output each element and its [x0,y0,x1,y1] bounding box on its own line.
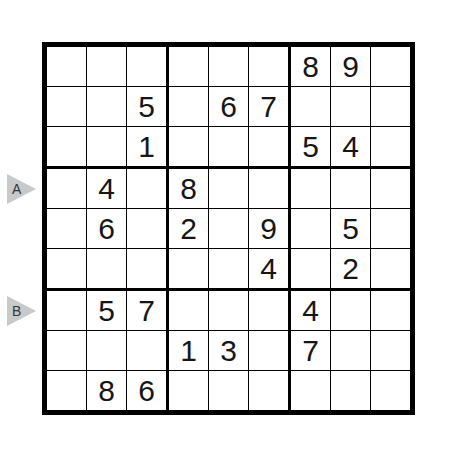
board-row-3: 154 [47,127,410,169]
cell-r4c4[interactable]: 8 [169,169,209,209]
sudoku-board: 895671544862954257413786 [42,42,415,415]
cell-r2c6[interactable]: 7 [249,87,291,127]
cell-r8c2[interactable] [87,331,127,371]
cell-r2c1[interactable] [47,87,87,127]
cell-r6c3[interactable] [127,249,169,291]
cell-r4c7[interactable] [291,169,331,209]
cell-r2c7[interactable] [291,87,331,127]
cell-r7c3[interactable]: 7 [127,291,169,331]
cell-r5c5[interactable] [209,209,249,249]
cell-r2c4[interactable] [169,87,209,127]
cell-r7c8[interactable] [331,291,371,331]
cell-r2c8[interactable] [331,87,371,127]
board-row-2: 567 [47,87,410,127]
cell-r4c1[interactable] [47,169,87,209]
cell-r4c8[interactable] [331,169,371,209]
cell-r5c4[interactable]: 2 [169,209,209,249]
cell-r1c4[interactable] [169,47,209,87]
cell-r8c8[interactable] [331,331,371,371]
cell-r5c7[interactable] [291,209,331,249]
row-marker-a-arrow-icon: A [7,174,36,204]
cell-r9c3[interactable]: 6 [127,371,169,410]
cell-r6c8[interactable]: 2 [331,249,371,291]
board-row-4: 48 [47,169,410,209]
cell-r8c9[interactable] [371,331,410,371]
board-row-6: 42 [47,249,410,291]
sudoku-puzzle-page: A B 895671544862954257413786 [0,0,460,458]
row-marker-a-label: A [12,174,21,204]
board-row-7: 574 [47,291,410,331]
board-row-9: 86 [47,371,410,410]
cell-r3c9[interactable] [371,127,410,169]
row-marker-b-arrow-icon: B [7,296,36,326]
cell-r1c6[interactable] [249,47,291,87]
cell-r7c4[interactable] [169,291,209,331]
cell-r2c5[interactable]: 6 [209,87,249,127]
cell-r4c3[interactable] [127,169,169,209]
cell-r1c2[interactable] [87,47,127,87]
cell-r5c2[interactable]: 6 [87,209,127,249]
cell-r8c6[interactable] [249,331,291,371]
cell-r1c7[interactable]: 8 [291,47,331,87]
cell-r4c2[interactable]: 4 [87,169,127,209]
cell-r9c1[interactable] [47,371,87,410]
cell-r7c5[interactable] [209,291,249,331]
cell-r8c4[interactable]: 1 [169,331,209,371]
cell-r8c7[interactable]: 7 [291,331,331,371]
cell-r4c9[interactable] [371,169,410,209]
cell-r1c3[interactable] [127,47,169,87]
cell-r6c2[interactable] [87,249,127,291]
cell-r8c1[interactable] [47,331,87,371]
cell-r3c5[interactable] [209,127,249,169]
cell-r9c2[interactable]: 8 [87,371,127,410]
cell-r1c8[interactable]: 9 [331,47,371,87]
cell-r9c4[interactable] [169,371,209,410]
cell-r5c3[interactable] [127,209,169,249]
cell-r6c5[interactable] [209,249,249,291]
cell-r6c7[interactable] [291,249,331,291]
cell-r6c9[interactable] [371,249,410,291]
cell-r3c4[interactable] [169,127,209,169]
cell-r4c6[interactable] [249,169,291,209]
cell-r2c9[interactable] [371,87,410,127]
cell-r3c7[interactable]: 5 [291,127,331,169]
cell-r9c6[interactable] [249,371,291,410]
cell-r3c8[interactable]: 4 [331,127,371,169]
cell-r1c9[interactable] [371,47,410,87]
cell-r5c9[interactable] [371,209,410,249]
cell-r9c9[interactable] [371,371,410,410]
cell-r5c1[interactable] [47,209,87,249]
cell-r1c1[interactable] [47,47,87,87]
cell-r4c5[interactable] [209,169,249,209]
cell-r6c4[interactable] [169,249,209,291]
cell-r6c1[interactable] [47,249,87,291]
cell-r1c5[interactable] [209,47,249,87]
cell-r9c7[interactable] [291,371,331,410]
cell-r7c6[interactable] [249,291,291,331]
row-marker-b-label: B [12,296,21,326]
cell-r7c9[interactable] [371,291,410,331]
cell-r7c2[interactable]: 5 [87,291,127,331]
cell-r3c6[interactable] [249,127,291,169]
cell-r3c1[interactable] [47,127,87,169]
cell-r7c7[interactable]: 4 [291,291,331,331]
cell-r9c5[interactable] [209,371,249,410]
board-row-8: 137 [47,331,410,371]
cell-r8c3[interactable] [127,331,169,371]
cell-r3c2[interactable] [87,127,127,169]
cell-r6c6[interactable]: 4 [249,249,291,291]
cell-r8c5[interactable]: 3 [209,331,249,371]
board-row-1: 89 [47,47,410,87]
cell-r2c2[interactable] [87,87,127,127]
cell-r7c1[interactable] [47,291,87,331]
board-row-5: 6295 [47,209,410,249]
cell-r2c3[interactable]: 5 [127,87,169,127]
cell-r5c6[interactable]: 9 [249,209,291,249]
cell-r9c8[interactable] [331,371,371,410]
cell-r3c3[interactable]: 1 [127,127,169,169]
cell-r5c8[interactable]: 5 [331,209,371,249]
